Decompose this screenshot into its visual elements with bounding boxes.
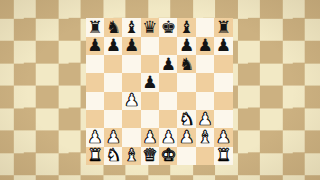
square-e5[interactable] (159, 73, 177, 91)
piece-wQ[interactable]: ♛ (142, 147, 157, 164)
square-g5[interactable] (196, 73, 214, 91)
square-c4[interactable]: ♟ (122, 92, 140, 110)
square-d8[interactable]: ♛ (141, 18, 159, 36)
piece-wP[interactable]: ♟ (197, 110, 212, 127)
square-d1[interactable]: ♛ (141, 147, 159, 165)
piece-bP[interactable]: ♟ (106, 37, 121, 54)
piece-bP[interactable]: ♟ (124, 37, 139, 54)
square-d7[interactable] (141, 37, 159, 55)
square-c3[interactable] (122, 110, 140, 128)
square-a5[interactable] (86, 73, 104, 91)
square-d5[interactable]: ♟ (141, 73, 159, 91)
square-a7[interactable]: ♟ (86, 37, 104, 55)
piece-bP[interactable]: ♟ (197, 37, 212, 54)
piece-wN[interactable]: ♞ (179, 110, 194, 127)
piece-bP[interactable]: ♟ (142, 73, 157, 90)
piece-wN[interactable]: ♞ (106, 147, 121, 164)
piece-wR[interactable]: ♜ (87, 147, 102, 164)
square-e8[interactable]: ♚ (159, 18, 177, 36)
piece-bP[interactable]: ♟ (87, 37, 102, 54)
piece-bB[interactable]: ♝ (124, 18, 139, 35)
square-b5[interactable] (104, 73, 122, 91)
square-c1[interactable]: ♝ (122, 147, 140, 165)
piece-bN[interactable]: ♞ (106, 18, 121, 35)
square-a1[interactable]: ♜ (86, 147, 104, 165)
piece-bR[interactable]: ♜ (87, 18, 102, 35)
square-f6[interactable]: ♞ (177, 55, 195, 73)
piece-bP[interactable]: ♟ (179, 37, 194, 54)
square-c6[interactable] (122, 55, 140, 73)
square-e1[interactable]: ♚ (159, 147, 177, 165)
square-d4[interactable] (141, 92, 159, 110)
square-b1[interactable]: ♞ (104, 147, 122, 165)
piece-bP[interactable]: ♟ (216, 37, 231, 54)
square-g1[interactable] (196, 147, 214, 165)
piece-bN[interactable]: ♞ (179, 55, 194, 72)
chess-board[interactable]: ♜♞♝♛♚♝♜♟♟♟♟♟♟♟♞♟♟♞♟♟♟♟♟♟♝♟♜♞♝♛♚♜ (86, 18, 233, 165)
piece-wP[interactable]: ♟ (216, 129, 231, 146)
piece-bK[interactable]: ♚ (161, 18, 176, 35)
piece-wP[interactable]: ♟ (142, 129, 157, 146)
piece-wB[interactable]: ♝ (124, 147, 139, 164)
piece-wB[interactable]: ♝ (197, 129, 212, 146)
square-b7[interactable]: ♟ (104, 37, 122, 55)
square-a6[interactable] (86, 55, 104, 73)
piece-wR[interactable]: ♜ (216, 147, 231, 164)
piece-wP[interactable]: ♟ (161, 129, 176, 146)
square-c7[interactable]: ♟ (122, 37, 140, 55)
piece-bB[interactable]: ♝ (179, 18, 194, 35)
square-g7[interactable]: ♟ (196, 37, 214, 55)
square-f1[interactable] (177, 147, 195, 165)
square-b6[interactable] (104, 55, 122, 73)
square-b4[interactable] (104, 92, 122, 110)
square-g6[interactable] (196, 55, 214, 73)
piece-bQ[interactable]: ♛ (142, 18, 157, 35)
piece-bP[interactable]: ♟ (161, 55, 176, 72)
square-h4[interactable] (214, 92, 232, 110)
square-h6[interactable] (214, 55, 232, 73)
piece-wP[interactable]: ♟ (106, 129, 121, 146)
piece-wP[interactable]: ♟ (87, 129, 102, 146)
square-a4[interactable] (86, 92, 104, 110)
piece-wP[interactable]: ♟ (179, 129, 194, 146)
square-e6[interactable]: ♟ (159, 55, 177, 73)
square-e4[interactable] (159, 92, 177, 110)
square-h1[interactable]: ♜ (214, 147, 232, 165)
square-f5[interactable] (177, 73, 195, 91)
square-h7[interactable]: ♟ (214, 37, 232, 55)
piece-wK[interactable]: ♚ (161, 147, 176, 164)
piece-wP[interactable]: ♟ (124, 92, 139, 109)
square-g2[interactable]: ♝ (196, 128, 214, 146)
chess-video-frame: ♜♞♝♛♚♝♜♟♟♟♟♟♟♟♞♟♟♞♟♟♟♟♟♟♝♟♜♞♝♛♚♜ (0, 0, 320, 180)
square-h5[interactable] (214, 73, 232, 91)
piece-bR[interactable]: ♜ (216, 18, 231, 35)
square-f2[interactable]: ♟ (177, 128, 195, 146)
